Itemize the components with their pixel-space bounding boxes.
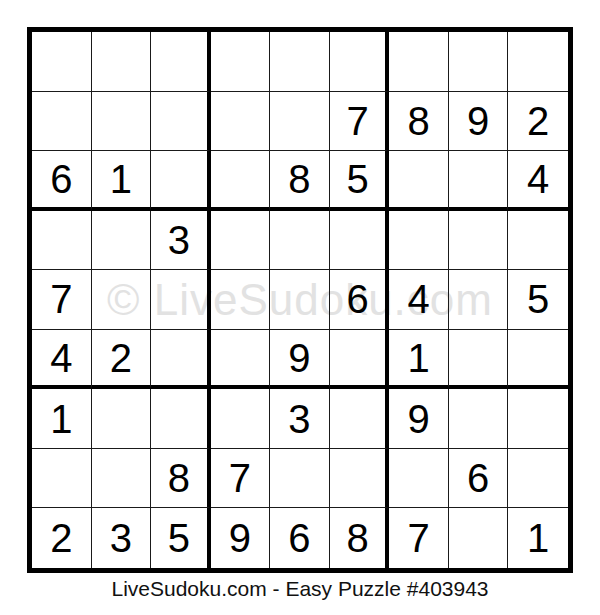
cell-r8c8: 6 <box>449 449 509 509</box>
cell-r8c2[interactable] <box>92 449 152 509</box>
cell-r3c1: 6 <box>32 151 92 211</box>
cell-r5c5[interactable] <box>270 270 330 330</box>
cell-r8c6[interactable] <box>330 449 390 509</box>
cell-r2c8: 9 <box>449 92 509 152</box>
cell-r2c7: 8 <box>389 92 449 152</box>
cell-r4c3: 3 <box>151 211 211 271</box>
cell-r3c9: 4 <box>508 151 568 211</box>
cell-r9c9: 1 <box>508 508 568 568</box>
cell-r3c8[interactable] <box>449 151 509 211</box>
cell-r6c7: 1 <box>389 330 449 390</box>
cell-r8c3: 8 <box>151 449 211 509</box>
cell-r9c2: 3 <box>92 508 152 568</box>
cell-r9c5: 6 <box>270 508 330 568</box>
cell-r4c8[interactable] <box>449 211 509 271</box>
cell-r2c4[interactable] <box>211 92 271 152</box>
sudoku-grid: 78926185437645429113987623596871 <box>32 32 568 568</box>
cell-r8c7[interactable] <box>389 449 449 509</box>
cell-r9c1: 2 <box>32 508 92 568</box>
cell-r1c5[interactable] <box>270 32 330 92</box>
cell-r7c8[interactable] <box>449 389 509 449</box>
cell-r2c9: 2 <box>508 92 568 152</box>
cell-r2c2[interactable] <box>92 92 152 152</box>
cell-r7c9[interactable] <box>508 389 568 449</box>
cell-r4c9[interactable] <box>508 211 568 271</box>
cell-r5c9: 5 <box>508 270 568 330</box>
cell-r9c3: 5 <box>151 508 211 568</box>
cell-r1c9[interactable] <box>508 32 568 92</box>
cell-r1c3[interactable] <box>151 32 211 92</box>
cell-r6c3[interactable] <box>151 330 211 390</box>
cell-r3c5: 8 <box>270 151 330 211</box>
cell-r3c3[interactable] <box>151 151 211 211</box>
sudoku-page: © LiveSudoku.com 78926185437645429113987… <box>0 0 600 615</box>
cell-r2c3[interactable] <box>151 92 211 152</box>
cell-r8c1[interactable] <box>32 449 92 509</box>
cell-r1c2[interactable] <box>92 32 152 92</box>
cell-r1c8[interactable] <box>449 32 509 92</box>
cell-r1c6[interactable] <box>330 32 390 92</box>
cell-r5c2[interactable] <box>92 270 152 330</box>
cell-r7c1: 1 <box>32 389 92 449</box>
cell-r3c4[interactable] <box>211 151 271 211</box>
sudoku-board: © LiveSudoku.com 78926185437645429113987… <box>27 27 573 573</box>
puzzle-caption: LiveSudoku.com - Easy Puzzle #403943 <box>0 577 600 601</box>
cell-r8c5[interactable] <box>270 449 330 509</box>
cell-r7c2[interactable] <box>92 389 152 449</box>
cell-r5c8[interactable] <box>449 270 509 330</box>
cell-r7c6[interactable] <box>330 389 390 449</box>
cell-r7c3[interactable] <box>151 389 211 449</box>
cell-r9c7: 7 <box>389 508 449 568</box>
cell-r3c7[interactable] <box>389 151 449 211</box>
cell-r3c2: 1 <box>92 151 152 211</box>
cell-r7c7: 9 <box>389 389 449 449</box>
cell-r9c4: 9 <box>211 508 271 568</box>
cell-r6c9[interactable] <box>508 330 568 390</box>
cell-r2c6: 7 <box>330 92 390 152</box>
cell-r5c1: 7 <box>32 270 92 330</box>
cell-r5c7: 4 <box>389 270 449 330</box>
cell-r4c5[interactable] <box>270 211 330 271</box>
cell-r2c5[interactable] <box>270 92 330 152</box>
cell-r9c8[interactable] <box>449 508 509 568</box>
cell-r1c4[interactable] <box>211 32 271 92</box>
cell-r3c6: 5 <box>330 151 390 211</box>
cell-r1c7[interactable] <box>389 32 449 92</box>
cell-r7c5: 3 <box>270 389 330 449</box>
cell-r6c8[interactable] <box>449 330 509 390</box>
cell-r1c1[interactable] <box>32 32 92 92</box>
cell-r4c4[interactable] <box>211 211 271 271</box>
cell-r4c2[interactable] <box>92 211 152 271</box>
cell-r5c6: 6 <box>330 270 390 330</box>
cell-r6c1: 4 <box>32 330 92 390</box>
cell-r9c6: 8 <box>330 508 390 568</box>
cell-r4c7[interactable] <box>389 211 449 271</box>
cell-r8c4: 7 <box>211 449 271 509</box>
cell-r8c9[interactable] <box>508 449 568 509</box>
cell-r4c6[interactable] <box>330 211 390 271</box>
cell-r7c4[interactable] <box>211 389 271 449</box>
cell-r6c6[interactable] <box>330 330 390 390</box>
cell-r6c4[interactable] <box>211 330 271 390</box>
cell-r5c3[interactable] <box>151 270 211 330</box>
cell-r6c2: 2 <box>92 330 152 390</box>
cell-r4c1[interactable] <box>32 211 92 271</box>
cell-r6c5: 9 <box>270 330 330 390</box>
cell-r2c1[interactable] <box>32 92 92 152</box>
cell-r5c4[interactable] <box>211 270 271 330</box>
